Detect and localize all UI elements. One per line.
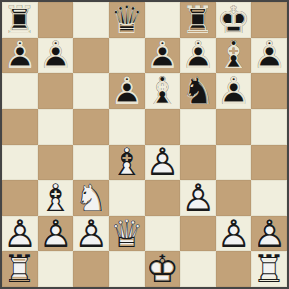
piece-glyph-fill: ♛ — [109, 216, 145, 252]
piece-glyph-outline: ♙ — [251, 38, 287, 74]
square-d5[interactable] — [109, 109, 145, 145]
square-b8[interactable] — [38, 2, 74, 38]
piece-black-bishop[interactable]: ♝♗ — [145, 73, 181, 109]
square-h1[interactable]: ♜♖ — [251, 251, 287, 287]
piece-black-knight[interactable]: ♞♘ — [180, 73, 216, 109]
piece-glyph-outline: ♖ — [251, 251, 287, 287]
square-b5[interactable] — [38, 109, 74, 145]
square-h2[interactable]: ♟♙ — [251, 216, 287, 252]
square-e6[interactable]: ♝♗ — [145, 73, 181, 109]
square-e7[interactable]: ♟♙ — [145, 38, 181, 74]
piece-glyph-outline: ♙ — [145, 38, 181, 74]
piece-glyph-outline: ♙ — [251, 216, 287, 252]
square-a6[interactable] — [2, 73, 38, 109]
piece-glyph-fill: ♟ — [2, 38, 38, 74]
square-c7[interactable] — [73, 38, 109, 74]
piece-black-rook[interactable]: ♜♖ — [2, 2, 38, 38]
piece-glyph-fill: ♚ — [145, 251, 181, 287]
piece-black-pawn[interactable]: ♟♙ — [216, 73, 252, 109]
square-c5[interactable] — [73, 109, 109, 145]
piece-glyph-fill: ♟ — [145, 145, 181, 181]
square-h7[interactable]: ♟♙ — [251, 38, 287, 74]
square-e3[interactable] — [145, 180, 181, 216]
square-a5[interactable] — [2, 109, 38, 145]
piece-glyph-fill: ♞ — [73, 180, 109, 216]
piece-white-knight[interactable]: ♞♘ — [73, 180, 109, 216]
square-a7[interactable]: ♟♙ — [2, 38, 38, 74]
piece-glyph-fill: ♚ — [216, 2, 252, 38]
piece-white-pawn[interactable]: ♟♙ — [180, 180, 216, 216]
square-b7[interactable]: ♟♙ — [38, 38, 74, 74]
piece-white-rook[interactable]: ♜♖ — [2, 251, 38, 287]
square-c1[interactable] — [73, 251, 109, 287]
piece-black-rook[interactable]: ♜♖ — [180, 2, 216, 38]
piece-glyph-outline: ♖ — [2, 2, 38, 38]
square-d6[interactable]: ♟♙ — [109, 73, 145, 109]
piece-glyph-outline: ♙ — [73, 216, 109, 252]
piece-glyph-fill: ♝ — [109, 145, 145, 181]
square-d4[interactable]: ♝♗ — [109, 145, 145, 181]
piece-glyph-outline: ♙ — [2, 216, 38, 252]
square-g5[interactable] — [216, 109, 252, 145]
piece-glyph-fill: ♛ — [109, 2, 145, 38]
piece-glyph-fill: ♝ — [38, 180, 74, 216]
square-g6[interactable]: ♟♙ — [216, 73, 252, 109]
square-f6[interactable]: ♞♘ — [180, 73, 216, 109]
square-d3[interactable] — [109, 180, 145, 216]
piece-white-pawn[interactable]: ♟♙ — [73, 216, 109, 252]
piece-glyph-fill: ♟ — [73, 216, 109, 252]
piece-glyph-fill: ♟ — [145, 38, 181, 74]
square-b4[interactable] — [38, 145, 74, 181]
square-f3[interactable]: ♟♙ — [180, 180, 216, 216]
square-b2[interactable]: ♟♙ — [38, 216, 74, 252]
piece-glyph-outline: ♙ — [38, 38, 74, 74]
piece-glyph-outline: ♗ — [38, 180, 74, 216]
piece-glyph-fill: ♟ — [38, 216, 74, 252]
square-e1[interactable]: ♚♔ — [145, 251, 181, 287]
piece-black-pawn[interactable]: ♟♙ — [251, 38, 287, 74]
piece-black-pawn[interactable]: ♟♙ — [38, 38, 74, 74]
square-f5[interactable] — [180, 109, 216, 145]
square-h4[interactable] — [251, 145, 287, 181]
piece-white-pawn[interactable]: ♟♙ — [216, 216, 252, 252]
piece-glyph-outline: ♘ — [73, 180, 109, 216]
piece-black-king[interactable]: ♚♔ — [216, 2, 252, 38]
square-h6[interactable] — [251, 73, 287, 109]
piece-black-queen[interactable]: ♛♕ — [109, 2, 145, 38]
piece-glyph-fill: ♟ — [2, 216, 38, 252]
piece-glyph-fill: ♟ — [109, 73, 145, 109]
piece-glyph-outline: ♙ — [145, 145, 181, 181]
square-c3[interactable]: ♞♘ — [73, 180, 109, 216]
piece-black-pawn[interactable]: ♟♙ — [2, 38, 38, 74]
square-d2[interactable]: ♛♕ — [109, 216, 145, 252]
square-a8[interactable]: ♜♖ — [2, 2, 38, 38]
piece-white-pawn[interactable]: ♟♙ — [38, 216, 74, 252]
piece-glyph-outline: ♙ — [2, 38, 38, 74]
piece-glyph-outline: ♕ — [109, 2, 145, 38]
piece-black-bishop[interactable]: ♝♗ — [216, 38, 252, 74]
piece-glyph-outline: ♔ — [145, 251, 181, 287]
square-f4[interactable] — [180, 145, 216, 181]
piece-glyph-outline: ♖ — [2, 251, 38, 287]
piece-glyph-fill: ♟ — [180, 180, 216, 216]
square-c4[interactable] — [73, 145, 109, 181]
piece-glyph-outline: ♖ — [180, 2, 216, 38]
square-g8[interactable]: ♚♔ — [216, 2, 252, 38]
piece-glyph-outline: ♙ — [216, 73, 252, 109]
square-b6[interactable] — [38, 73, 74, 109]
square-a3[interactable] — [2, 180, 38, 216]
square-b3[interactable]: ♝♗ — [38, 180, 74, 216]
piece-white-bishop[interactable]: ♝♗ — [38, 180, 74, 216]
square-c2[interactable]: ♟♙ — [73, 216, 109, 252]
piece-glyph-fill: ♟ — [38, 38, 74, 74]
square-f2[interactable] — [180, 216, 216, 252]
piece-glyph-fill: ♝ — [216, 38, 252, 74]
piece-white-king[interactable]: ♚♔ — [145, 251, 181, 287]
square-c8[interactable] — [73, 2, 109, 38]
piece-glyph-outline: ♘ — [180, 73, 216, 109]
square-h5[interactable] — [251, 109, 287, 145]
square-f8[interactable]: ♜♖ — [180, 2, 216, 38]
piece-glyph-outline: ♕ — [109, 216, 145, 252]
square-h3[interactable] — [251, 180, 287, 216]
piece-black-pawn[interactable]: ♟♙ — [145, 38, 181, 74]
piece-glyph-fill: ♟ — [216, 216, 252, 252]
square-g2[interactable]: ♟♙ — [216, 216, 252, 252]
piece-glyph-outline: ♗ — [216, 38, 252, 74]
piece-glyph-fill: ♟ — [216, 73, 252, 109]
piece-black-pawn[interactable]: ♟♙ — [109, 73, 145, 109]
square-e5[interactable] — [145, 109, 181, 145]
piece-glyph-fill: ♝ — [145, 73, 181, 109]
square-d7[interactable] — [109, 38, 145, 74]
piece-glyph-fill: ♜ — [251, 251, 287, 287]
piece-glyph-outline: ♙ — [109, 73, 145, 109]
piece-glyph-fill: ♞ — [180, 73, 216, 109]
piece-white-queen[interactable]: ♛♕ — [109, 216, 145, 252]
piece-white-bishop[interactable]: ♝♗ — [109, 145, 145, 181]
piece-glyph-fill: ♜ — [180, 2, 216, 38]
square-g7[interactable]: ♝♗ — [216, 38, 252, 74]
square-g4[interactable] — [216, 145, 252, 181]
piece-glyph-outline: ♙ — [216, 216, 252, 252]
piece-white-pawn[interactable]: ♟♙ — [251, 216, 287, 252]
piece-glyph-fill: ♟ — [251, 216, 287, 252]
piece-glyph-outline: ♗ — [109, 145, 145, 181]
square-e2[interactable] — [145, 216, 181, 252]
piece-white-rook[interactable]: ♜♖ — [251, 251, 287, 287]
square-a4[interactable] — [2, 145, 38, 181]
piece-glyph-fill: ♜ — [2, 251, 38, 287]
square-e8[interactable] — [145, 2, 181, 38]
piece-glyph-outline: ♙ — [38, 216, 74, 252]
square-e4[interactable]: ♟♙ — [145, 145, 181, 181]
square-a1[interactable]: ♜♖ — [2, 251, 38, 287]
square-g3[interactable] — [216, 180, 252, 216]
square-h8[interactable] — [251, 2, 287, 38]
square-f7[interactable]: ♟♙ — [180, 38, 216, 74]
piece-white-pawn[interactable]: ♟♙ — [145, 145, 181, 181]
square-d1[interactable] — [109, 251, 145, 287]
square-d8[interactable]: ♛♕ — [109, 2, 145, 38]
chess-board: ♜♖♛♕♜♖♚♔♟♙♟♙♟♙♟♙♝♗♟♙♟♙♝♗♞♘♟♙♝♗♟♙♝♗♞♘♟♙♟♙… — [0, 0, 289, 289]
square-f1[interactable] — [180, 251, 216, 287]
piece-glyph-outline: ♙ — [180, 180, 216, 216]
piece-glyph-fill: ♟ — [251, 38, 287, 74]
square-a2[interactable]: ♟♙ — [2, 216, 38, 252]
square-c6[interactable] — [73, 73, 109, 109]
piece-black-pawn[interactable]: ♟♙ — [180, 38, 216, 74]
piece-glyph-fill: ♟ — [180, 38, 216, 74]
piece-white-pawn[interactable]: ♟♙ — [2, 216, 38, 252]
square-b1[interactable] — [38, 251, 74, 287]
piece-glyph-outline: ♔ — [216, 2, 252, 38]
square-g1[interactable] — [216, 251, 252, 287]
piece-glyph-outline: ♙ — [180, 38, 216, 74]
piece-glyph-fill: ♜ — [2, 2, 38, 38]
piece-glyph-outline: ♗ — [145, 73, 181, 109]
